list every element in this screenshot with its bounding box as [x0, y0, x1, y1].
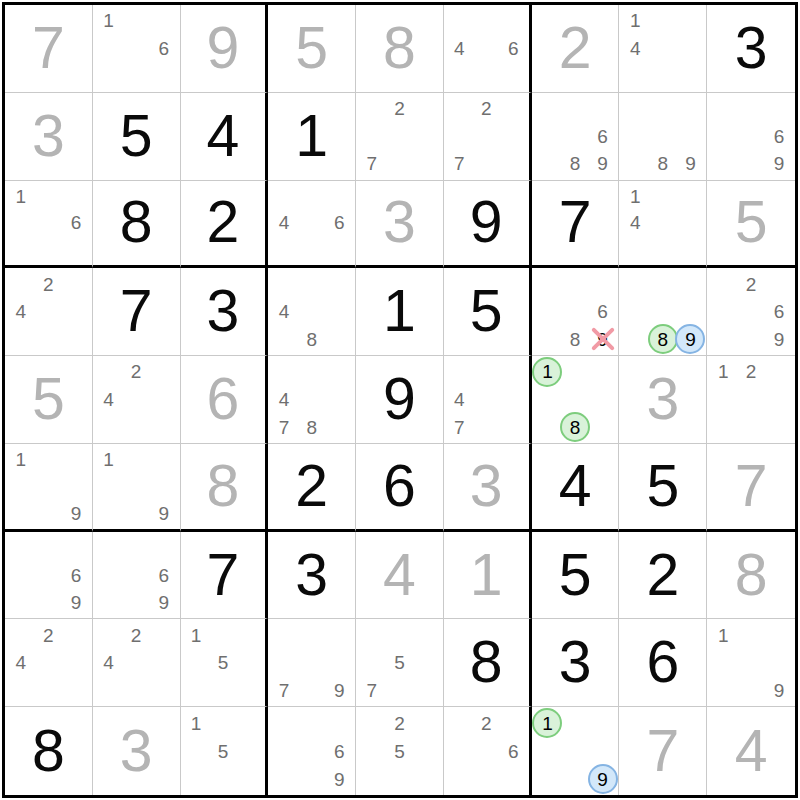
candidate-grid: 79	[268, 619, 355, 706]
candidate-slot-empty	[122, 35, 150, 63]
candidate-digit: 6	[158, 566, 169, 585]
candidate-slot-empty	[270, 326, 298, 354]
sudoku-board: 7169584621433541272768989691682463971452…	[2, 2, 798, 798]
candidate-4[interactable]: 4	[270, 298, 298, 326]
candidate-9[interactable]: 9	[62, 500, 90, 527]
candidate-6[interactable]: 6	[62, 209, 90, 236]
candidate-slot-empty	[446, 122, 473, 150]
cell-r3c5[interactable]: 3	[356, 181, 444, 269]
candidate-6[interactable]: 6	[150, 35, 178, 63]
cell-r2c3[interactable]: 4	[181, 93, 269, 181]
candidate-slot-empty	[150, 413, 178, 441]
cell-r2c7[interactable]: 689	[532, 93, 620, 181]
candidate-slot-empty	[62, 298, 90, 326]
candidate-7[interactable]: 7	[358, 677, 386, 705]
candidate-slot-empty	[589, 413, 617, 441]
candidate-grid: 27	[444, 93, 529, 180]
cell-r5c8[interactable]: 3	[619, 356, 707, 444]
candidate-digit: 7	[279, 681, 290, 700]
cell-r2c1[interactable]: 3	[5, 93, 93, 181]
candidate-digit: 6	[774, 302, 785, 321]
cell-r4c4[interactable]: 48	[268, 268, 356, 356]
cell-r1c2[interactable]: 16	[93, 5, 181, 93]
cell-r6c3[interactable]: 8	[181, 444, 269, 532]
placed-digit: 3	[93, 707, 180, 795]
candidate-digit: 1	[191, 626, 202, 645]
given-digit: 9	[444, 181, 529, 266]
candidate-slot-empty	[122, 413, 150, 441]
candidate-slot-empty	[765, 649, 793, 677]
candidate-slot-empty	[534, 270, 562, 298]
cell-r7c3[interactable]: 7	[181, 532, 269, 620]
candidate-digit: 2	[481, 714, 492, 733]
candidate-slot-empty	[35, 326, 63, 354]
candidate-1[interactable]: 1	[95, 446, 123, 473]
cell-r9c5[interactable]: 25	[356, 707, 444, 795]
candidate-digit: 6	[774, 127, 785, 146]
cell-r6c7[interactable]: 4	[532, 444, 620, 532]
placed-digit: 4	[707, 707, 795, 795]
candidate-slot-empty	[326, 236, 354, 263]
candidate-2[interactable]: 2	[35, 621, 63, 649]
candidate-slot-empty	[677, 209, 705, 236]
candidate-7[interactable]: 7	[270, 413, 298, 441]
given-digit: 8	[444, 619, 529, 706]
candidate-slot-empty	[62, 534, 90, 562]
candidate-9[interactable]: 9	[765, 150, 793, 178]
candidate-digit: 8	[658, 330, 669, 349]
cell-r3c1[interactable]: 16	[5, 181, 93, 269]
cell-r3c3[interactable]: 2	[181, 181, 269, 269]
candidate-digit: 1	[191, 714, 202, 733]
cell-r7c2[interactable]: 69	[93, 532, 181, 620]
candidate-slot-empty	[765, 95, 793, 123]
candidate-9[interactable]: 9	[589, 150, 617, 178]
candidate-6[interactable]: 6	[326, 209, 354, 236]
candidate-slot-empty	[7, 270, 35, 298]
candidate-slot-empty	[7, 589, 35, 617]
candidate-1[interactable]: 1	[183, 709, 210, 737]
candidate-2[interactable]: 2	[122, 358, 150, 386]
candidate-8[interactable]: 8	[649, 150, 677, 178]
candidate-slot-empty	[298, 677, 326, 705]
candidate-slot-empty	[35, 589, 63, 617]
candidate-slot-empty	[298, 358, 326, 386]
candidate-digit: 2	[481, 99, 492, 118]
candidate-4[interactable]: 4	[621, 209, 649, 236]
candidate-7[interactable]: 7	[358, 150, 386, 178]
candidate-slot-empty	[95, 358, 123, 386]
placed-digit: 7	[707, 444, 795, 529]
placed-digit: 6	[181, 356, 266, 443]
candidate-slot-empty	[150, 677, 178, 705]
candidate-5[interactable]: 5	[386, 649, 414, 677]
cell-r9c6[interactable]: 26	[444, 707, 532, 795]
candidate-slot-empty	[621, 236, 649, 263]
candidate-slot-empty	[589, 270, 617, 298]
candidate-digit: 2	[131, 362, 142, 381]
candidate-grid: 89	[619, 93, 706, 180]
candidate-2[interactable]: 2	[737, 358, 765, 386]
candidate-slot-empty	[534, 326, 562, 354]
candidate-9[interactable]: 9	[62, 589, 90, 617]
candidate-digit: 1	[542, 362, 553, 381]
candidate-slot-empty	[589, 709, 617, 737]
candidate-1[interactable]: 1	[534, 358, 562, 386]
cell-r5c6[interactable]: 47	[444, 356, 532, 444]
candidate-grid: 15	[181, 619, 266, 706]
cell-r2c6[interactable]: 27	[444, 93, 532, 181]
candidate-5[interactable]: 5	[209, 649, 236, 677]
candidate-9[interactable]: 9	[765, 677, 793, 705]
candidate-grid: 69	[268, 707, 355, 795]
candidate-slot-empty	[298, 298, 326, 326]
candidate-slot-empty	[35, 677, 63, 705]
cell-r1c4[interactable]: 5	[268, 5, 356, 93]
candidate-slot-empty	[209, 677, 236, 705]
candidate-slot-empty	[500, 386, 527, 414]
candidate-digit: 1	[718, 362, 729, 381]
cell-r4c3[interactable]: 3	[181, 268, 269, 356]
cell-r4c5[interactable]: 1	[356, 268, 444, 356]
candidate-slot-empty	[737, 122, 765, 150]
candidate-slot-empty	[737, 649, 765, 677]
candidate-2[interactable]: 2	[35, 270, 63, 298]
candidate-slot-empty	[95, 413, 123, 441]
candidate-9[interactable]: 9	[150, 589, 178, 617]
cell-r5c5[interactable]: 9	[356, 356, 444, 444]
cell-r5c1[interactable]: 5	[5, 356, 93, 444]
candidate-1[interactable]: 1	[7, 183, 35, 210]
cell-r4c7[interactable]: 689	[532, 268, 620, 356]
cell-r1c7[interactable]: 2	[532, 5, 620, 93]
candidate-4[interactable]: 4	[270, 209, 298, 236]
candidate-2[interactable]: 2	[386, 709, 414, 737]
cell-r8c9[interactable]: 19	[707, 619, 795, 707]
candidate-6[interactable]: 6	[589, 122, 617, 150]
candidate-9[interactable]: 9	[677, 150, 705, 178]
candidate-slot-empty	[473, 765, 500, 793]
cell-r6c6[interactable]: 3	[444, 444, 532, 532]
candidate-slot-empty	[709, 298, 737, 326]
candidate-1[interactable]: 1	[709, 358, 737, 386]
given-digit: 2	[619, 532, 706, 619]
candidate-slot-empty	[413, 95, 441, 123]
candidate-slot-empty	[649, 95, 677, 123]
candidate-slot-empty	[621, 270, 649, 298]
cell-r2c4[interactable]: 1	[268, 93, 356, 181]
cell-r7c8[interactable]: 2	[619, 532, 707, 620]
cell-r9c2[interactable]: 3	[93, 707, 181, 795]
cell-r8c7[interactable]: 3	[532, 619, 620, 707]
cell-r4c8[interactable]: 89	[619, 268, 707, 356]
candidate-slot-empty	[122, 677, 150, 705]
placed-digit: 8	[181, 444, 266, 529]
candidate-slot-empty	[473, 35, 500, 63]
cell-r7c6[interactable]: 1	[444, 532, 532, 620]
candidate-digit: 1	[718, 626, 729, 645]
candidate-slot-empty	[326, 621, 354, 649]
candidate-slot-empty	[473, 737, 500, 765]
cell-r6c2[interactable]: 19	[93, 444, 181, 532]
cell-r7c5[interactable]: 4	[356, 532, 444, 620]
candidate-slot-empty	[358, 737, 386, 765]
candidate-slot-empty	[183, 737, 210, 765]
cell-r2c2[interactable]: 5	[93, 93, 181, 181]
candidate-slot-empty	[473, 413, 500, 441]
candidate-digit: 1	[542, 714, 553, 733]
candidate-7[interactable]: 7	[446, 413, 473, 441]
candidate-slot-empty	[737, 95, 765, 123]
cell-r2c8[interactable]: 89	[619, 93, 707, 181]
candidate-grid: 24	[5, 268, 92, 355]
candidate-slot-empty	[473, 7, 500, 35]
cell-r3c9[interactable]: 5	[707, 181, 795, 269]
cell-r6c1[interactable]: 19	[5, 444, 93, 532]
cell-r2c9[interactable]: 69	[707, 93, 795, 181]
candidate-digit: 9	[71, 593, 82, 612]
candidate-slot-empty	[7, 621, 35, 649]
candidate-grid: 269	[707, 268, 795, 355]
cell-r7c4[interactable]: 3	[268, 532, 356, 620]
candidate-slot-empty	[386, 677, 414, 705]
candidate-2[interactable]: 2	[473, 95, 500, 123]
cell-r5c7[interactable]: 18	[532, 356, 620, 444]
cell-r6c9[interactable]: 7	[707, 444, 795, 532]
candidate-grid: 19	[5, 444, 92, 529]
candidate-6[interactable]: 6	[500, 737, 527, 765]
cell-r3c2[interactable]: 8	[93, 181, 181, 269]
candidate-slot-empty	[649, 298, 677, 326]
placed-digit: 9	[181, 5, 266, 92]
candidate-slot-empty	[209, 709, 236, 737]
cell-r3c4[interactable]: 46	[268, 181, 356, 269]
candidate-slot-empty	[326, 358, 354, 386]
candidate-slot-empty	[62, 649, 90, 677]
candidate-slot-empty	[649, 209, 677, 236]
candidate-9[interactable]: 9	[326, 765, 354, 793]
cell-r9c8[interactable]: 7	[619, 707, 707, 795]
cell-r9c4[interactable]: 69	[268, 707, 356, 795]
candidate-slot-empty	[236, 621, 263, 649]
candidate-9[interactable]: 9	[765, 326, 793, 354]
cell-r5c3[interactable]: 6	[181, 356, 269, 444]
cell-r5c2[interactable]: 24	[93, 356, 181, 444]
candidate-slot-empty	[150, 473, 178, 500]
candidate-slot-empty	[473, 62, 500, 90]
candidate-8[interactable]: 8	[298, 326, 326, 354]
candidate-8[interactable]: 8	[561, 326, 589, 354]
cell-r8c2[interactable]: 24	[93, 619, 181, 707]
candidate-slot-empty	[236, 765, 263, 793]
candidate-8[interactable]: 8	[561, 150, 589, 178]
candidate-7[interactable]: 7	[446, 150, 473, 178]
given-digit: 2	[181, 181, 266, 266]
cell-r9c7[interactable]: 19	[532, 707, 620, 795]
candidate-digit: 6	[597, 127, 608, 146]
candidate-slot-empty	[709, 122, 737, 150]
cell-r9c9[interactable]: 4	[707, 707, 795, 795]
candidate-slot-empty	[649, 270, 677, 298]
cell-r1c6[interactable]: 46	[444, 5, 532, 93]
candidate-slot-empty	[183, 677, 210, 705]
cell-r2c5[interactable]: 27	[356, 93, 444, 181]
candidate-slot-empty	[95, 534, 123, 562]
candidate-8[interactable]: 8	[649, 326, 677, 354]
cell-r8c4[interactable]: 79	[268, 619, 356, 707]
candidate-slot-empty	[534, 150, 562, 178]
candidate-8[interactable]: 8	[561, 413, 589, 441]
candidate-slot-empty	[500, 765, 527, 793]
candidate-1[interactable]: 1	[621, 183, 649, 210]
candidate-2[interactable]: 2	[473, 709, 500, 737]
candidate-1[interactable]: 1	[709, 621, 737, 649]
candidate-2[interactable]: 2	[122, 621, 150, 649]
candidate-4[interactable]: 4	[621, 35, 649, 63]
candidate-slot-empty	[122, 446, 150, 473]
candidate-1[interactable]: 1	[621, 7, 649, 35]
candidate-slot-empty	[621, 326, 649, 354]
candidate-digit: 6	[158, 39, 169, 58]
candidate-grid: 69	[93, 532, 180, 619]
candidate-slot-empty	[236, 737, 263, 765]
candidate-slot-empty	[35, 561, 63, 589]
candidate-6[interactable]: 6	[150, 561, 178, 589]
candidate-9[interactable]: 9	[589, 326, 617, 354]
candidate-slot-empty	[737, 150, 765, 178]
candidate-5[interactable]: 5	[209, 737, 236, 765]
candidate-digit: 7	[454, 418, 465, 437]
cell-r3c8[interactable]: 14	[619, 181, 707, 269]
candidate-slot-empty	[709, 270, 737, 298]
candidate-4[interactable]: 4	[95, 386, 123, 414]
candidate-slot-empty	[326, 709, 354, 737]
cell-r4c9[interactable]: 269	[707, 268, 795, 356]
candidate-slot-empty	[737, 298, 765, 326]
cell-r6c5[interactable]: 6	[356, 444, 444, 532]
candidate-8[interactable]: 8	[298, 413, 326, 441]
candidate-9[interactable]: 9	[677, 326, 705, 354]
candidate-2[interactable]: 2	[737, 270, 765, 298]
cell-r1c3[interactable]: 9	[181, 5, 269, 93]
candidate-6[interactable]: 6	[765, 122, 793, 150]
candidate-slot-empty	[95, 677, 123, 705]
cell-r1c9[interactable]: 3	[707, 5, 795, 93]
candidate-1[interactable]: 1	[183, 621, 210, 649]
cell-r9c3[interactable]: 15	[181, 707, 269, 795]
cell-r1c1[interactable]: 7	[5, 5, 93, 93]
cell-r8c6[interactable]: 8	[444, 619, 532, 707]
placed-digit: 5	[5, 356, 92, 443]
candidate-digit: 6	[71, 566, 82, 585]
candidate-grid: 14	[619, 181, 706, 266]
candidate-slot-empty	[677, 7, 705, 35]
candidate-4[interactable]: 4	[446, 386, 473, 414]
candidate-slot-empty	[765, 621, 793, 649]
cell-r4c6[interactable]: 5	[444, 268, 532, 356]
candidate-slot-empty	[413, 765, 441, 793]
cell-r8c3[interactable]: 15	[181, 619, 269, 707]
candidate-1[interactable]: 1	[534, 709, 562, 737]
placed-digit: 5	[268, 5, 355, 92]
candidate-digit: 6	[334, 213, 345, 232]
cell-r1c8[interactable]: 14	[619, 5, 707, 93]
given-digit: 5	[93, 93, 180, 180]
cell-r8c1[interactable]: 24	[5, 619, 93, 707]
candidate-slot-empty	[500, 413, 527, 441]
cell-r5c9[interactable]: 12	[707, 356, 795, 444]
cell-r3c7[interactable]: 7	[532, 181, 620, 269]
candidate-6[interactable]: 6	[500, 35, 527, 63]
cell-r1c5[interactable]: 8	[356, 5, 444, 93]
candidate-grid: 689	[532, 268, 619, 355]
candidate-slot-empty	[326, 270, 354, 298]
candidate-slot-empty	[35, 298, 63, 326]
candidate-slot-empty	[534, 95, 562, 123]
cell-r7c9[interactable]: 8	[707, 532, 795, 620]
candidate-2[interactable]: 2	[386, 95, 414, 123]
cell-r9c1[interactable]: 8	[5, 707, 93, 795]
candidate-6[interactable]: 6	[589, 298, 617, 326]
candidate-grid: 57	[356, 619, 443, 706]
candidate-4[interactable]: 4	[7, 649, 35, 677]
candidate-digit: 6	[334, 742, 345, 761]
candidate-slot-empty	[386, 150, 414, 178]
candidate-9[interactable]: 9	[326, 677, 354, 705]
candidate-6[interactable]: 6	[765, 298, 793, 326]
candidate-digit: 7	[279, 418, 290, 437]
candidate-slot-empty	[649, 183, 677, 210]
candidate-4[interactable]: 4	[7, 298, 35, 326]
candidate-4[interactable]: 4	[95, 649, 123, 677]
candidate-slot-empty	[677, 298, 705, 326]
candidate-digit: 9	[774, 330, 785, 349]
candidate-1[interactable]: 1	[95, 7, 123, 35]
cell-r7c1[interactable]: 69	[5, 532, 93, 620]
cell-r5c4[interactable]: 478	[268, 356, 356, 444]
cell-r4c1[interactable]: 24	[5, 268, 93, 356]
candidate-slot-empty	[677, 122, 705, 150]
candidate-slot-empty	[298, 386, 326, 414]
candidate-slot-empty	[62, 621, 90, 649]
candidate-slot-empty	[358, 95, 386, 123]
candidate-9[interactable]: 9	[589, 765, 617, 793]
cell-r8c8[interactable]: 6	[619, 619, 707, 707]
candidate-4[interactable]: 4	[446, 35, 473, 63]
candidate-digit: 7	[367, 681, 378, 700]
cell-r6c8[interactable]: 5	[619, 444, 707, 532]
candidate-6[interactable]: 6	[62, 561, 90, 589]
cell-r6c4[interactable]: 2	[268, 444, 356, 532]
candidate-slot-empty	[62, 677, 90, 705]
candidate-digit: 7	[367, 154, 378, 173]
candidate-slot-empty	[649, 7, 677, 35]
cell-r3c6[interactable]: 9	[444, 181, 532, 269]
candidate-1[interactable]: 1	[7, 446, 35, 473]
cell-r4c2[interactable]: 7	[93, 268, 181, 356]
candidate-digit: 2	[394, 714, 405, 733]
candidate-6[interactable]: 6	[326, 737, 354, 765]
candidate-7[interactable]: 7	[270, 677, 298, 705]
candidate-slot-empty	[473, 386, 500, 414]
candidate-5[interactable]: 5	[386, 737, 414, 765]
candidate-slot-empty	[35, 209, 63, 236]
cell-r7c7[interactable]: 5	[532, 532, 620, 620]
candidate-4[interactable]: 4	[270, 386, 298, 414]
cell-r8c5[interactable]: 57	[356, 619, 444, 707]
candidate-slot-empty	[298, 236, 326, 263]
candidate-9[interactable]: 9	[150, 500, 178, 527]
